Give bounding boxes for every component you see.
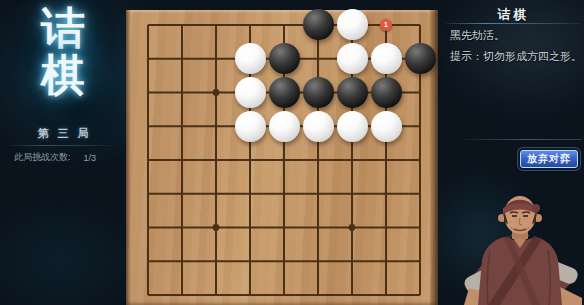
title-underline [446,23,580,24]
board-cell-e2[interactable] [267,42,301,76]
board-cell-d9[interactable] [233,278,267,305]
board-grid: 1 [131,8,437,305]
white-stone [371,43,402,74]
board-cell-d8[interactable] [233,244,267,278]
round-label: 第三局 [0,126,126,141]
challenge-count-line: 此局挑战次数: 1/3 [14,151,124,164]
board-cell-d2[interactable] [233,42,267,76]
puzzle-objective: 黑先劫活。 [450,28,582,43]
board-cell-f8[interactable] [301,244,335,278]
board-cell-c6[interactable] [199,177,233,211]
board-cell-g4[interactable] [335,109,369,143]
board-cell-i8[interactable] [403,244,437,278]
board-cell-c7[interactable] [199,211,233,245]
board-cell-i7[interactable] [403,211,437,245]
board-cell-a3[interactable] [131,76,165,110]
white-stone [269,111,300,142]
board-cell-b3[interactable] [165,76,199,110]
board-cell-i5[interactable] [403,143,437,177]
board-cell-a9[interactable] [131,278,165,305]
board-cell-f4[interactable] [301,109,335,143]
board-cell-a1[interactable] [131,8,165,42]
board-cell-g3[interactable] [335,76,369,110]
board-cell-e7[interactable] [267,211,301,245]
board-cell-a6[interactable] [131,177,165,211]
white-stone [235,43,266,74]
puzzle-hint: 提示：切勿形成方四之形。 [450,49,582,64]
white-stone [337,9,368,40]
white-stone [337,43,368,74]
board-cell-f6[interactable] [301,177,335,211]
board-cell-g7[interactable] [335,211,369,245]
board-cell-h3[interactable] [369,76,403,110]
board-cell-i3[interactable] [403,76,437,110]
board-cell-d3[interactable] [233,76,267,110]
board-cell-f1[interactable] [301,8,335,42]
board-cell-g6[interactable] [335,177,369,211]
board-cell-b7[interactable] [165,211,199,245]
challenge-count-label: 此局挑战次数: [14,151,71,164]
board-cell-h2[interactable] [369,42,403,76]
board-cell-b6[interactable] [165,177,199,211]
board-cell-f5[interactable] [301,143,335,177]
black-stone [371,77,402,108]
black-stone [269,77,300,108]
board-cell-d7[interactable] [233,211,267,245]
board-cell-a4[interactable] [131,109,165,143]
board-cell-c9[interactable] [199,278,233,305]
board-cell-h1[interactable]: 1 [369,8,403,42]
board-cell-c5[interactable] [199,143,233,177]
board-cell-h8[interactable] [369,244,403,278]
board-cell-e4[interactable] [267,109,301,143]
board-cell-c4[interactable] [199,109,233,143]
board-cell-b2[interactable] [165,42,199,76]
board-cell-d6[interactable] [233,177,267,211]
right-panel-divider [462,139,582,140]
board-cell-h6[interactable] [369,177,403,211]
give-up-button[interactable]: 放弃对弈 [520,150,578,168]
board-cell-b9[interactable] [165,278,199,305]
board-cell-d4[interactable] [233,109,267,143]
white-stone [235,111,266,142]
board-cell-e1[interactable] [267,8,301,42]
board-cell-i1[interactable] [403,8,437,42]
board-cell-c3[interactable] [199,76,233,110]
calligraphy-char-bottom: 棋 [0,51,126,98]
board-cell-a2[interactable] [131,42,165,76]
board-cell-d5[interactable] [233,143,267,177]
board-cell-h9[interactable] [369,278,403,305]
white-stone [235,77,266,108]
board-cell-e3[interactable] [267,76,301,110]
black-stone [303,77,334,108]
board-cell-g2[interactable] [335,42,369,76]
calligraphy-char-top: 诘 [0,4,126,51]
board-cell-b1[interactable] [165,8,199,42]
board-cell-i9[interactable] [403,278,437,305]
white-stone [371,111,402,142]
board-cell-e8[interactable] [267,244,301,278]
board-cell-f2[interactable] [301,42,335,76]
move-marker: 1 [380,19,392,31]
board-cell-f7[interactable] [301,211,335,245]
board-cell-i4[interactable] [403,109,437,143]
left-panel-divider [9,145,115,146]
board-cell-g1[interactable] [335,8,369,42]
board-cell-c8[interactable] [199,244,233,278]
board-cell-a5[interactable] [131,143,165,177]
board-cell-h4[interactable] [369,109,403,143]
board-cell-a7[interactable] [131,211,165,245]
black-stone [337,77,368,108]
panel-title: 诘棋 [440,6,584,24]
board-cell-h5[interactable] [369,143,403,177]
board-cell-g5[interactable] [335,143,369,177]
npc-portrait [452,180,584,305]
board-cell-g9[interactable] [335,278,369,305]
board-cell-b8[interactable] [165,244,199,278]
board-cell-a8[interactable] [131,244,165,278]
board-cell-f3[interactable] [301,76,335,110]
white-stone [337,111,368,142]
black-stone [303,9,334,40]
board-cell-c1[interactable] [199,8,233,42]
board-area: 1 [131,8,437,305]
game-screen: 诘 棋 第三局 此局挑战次数: 1/3 1 诘棋 黑先劫活。 提示：切勿形成方四… [0,0,584,305]
board-cell-c2[interactable] [199,42,233,76]
board-cell-b5[interactable] [165,143,199,177]
black-stone [405,43,436,74]
board-cell-e9[interactable] [267,278,301,305]
board-cell-b4[interactable] [165,109,199,143]
black-stone [269,43,300,74]
board-cell-f9[interactable] [301,278,335,305]
board-cell-e5[interactable] [267,143,301,177]
board-cell-h7[interactable] [369,211,403,245]
board-cell-g8[interactable] [335,244,369,278]
board-cell-d1[interactable] [233,8,267,42]
board-cell-i6[interactable] [403,177,437,211]
left-panel: 诘 棋 第三局 此局挑战次数: 1/3 [0,0,126,305]
white-stone [303,111,334,142]
puzzle-title-calligraphy: 诘 棋 [0,4,126,98]
board-cell-e6[interactable] [267,177,301,211]
challenge-count-value: 1/3 [84,153,97,163]
board-cell-i2[interactable] [403,42,437,76]
